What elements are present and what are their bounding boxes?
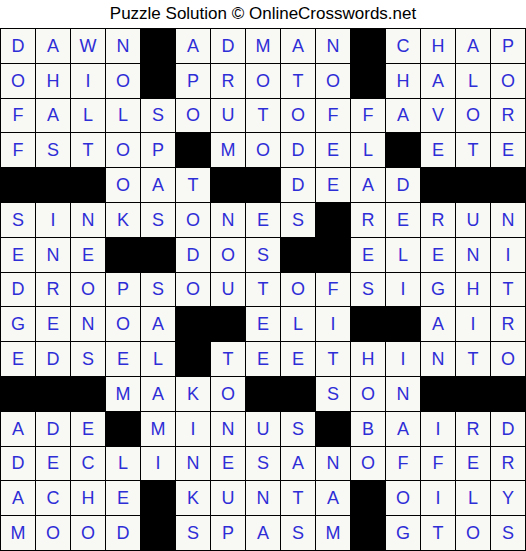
letter-cell: R: [351, 203, 385, 237]
block-cell: [456, 377, 490, 411]
letter-cell: E: [491, 133, 525, 167]
block-cell: [36, 168, 70, 202]
block-cell: [421, 377, 455, 411]
letter-cell: S: [246, 447, 280, 481]
letter-cell: S: [351, 273, 385, 307]
letter-cell: F: [351, 99, 385, 133]
block-cell: [421, 168, 455, 202]
letter-cell: E: [211, 447, 245, 481]
block-cell: [351, 29, 385, 63]
letter-cell: A: [351, 168, 385, 202]
block-cell: [141, 29, 175, 63]
letter-cell: O: [176, 273, 210, 307]
block-cell: [351, 64, 385, 98]
letter-cell: O: [351, 447, 385, 481]
letter-cell: A: [281, 447, 315, 481]
letter-cell: E: [316, 133, 350, 167]
letter-cell: O: [281, 273, 315, 307]
letter-cell: O: [456, 516, 490, 550]
letter-cell: M: [246, 29, 280, 63]
letter-cell: A: [421, 307, 455, 341]
block-cell: [141, 238, 175, 272]
block-cell: [176, 342, 210, 376]
letter-cell: N: [386, 377, 420, 411]
letter-cell: D: [1, 273, 35, 307]
page-title: Puzzle Solution © OnlineCrosswords.net: [0, 0, 526, 28]
letter-cell: T: [211, 342, 245, 376]
block-cell: [351, 307, 385, 341]
letter-cell: A: [36, 99, 70, 133]
letter-cell: U: [211, 273, 245, 307]
letter-cell: A: [176, 29, 210, 63]
block-cell: [176, 307, 210, 341]
letter-cell: O: [1, 64, 35, 98]
letter-cell: S: [1, 203, 35, 237]
letter-cell: S: [281, 203, 315, 237]
block-cell: [71, 377, 105, 411]
letter-cell: O: [211, 377, 245, 411]
letter-cell: O: [456, 99, 490, 133]
letter-cell: A: [36, 29, 70, 63]
letter-cell: E: [386, 203, 420, 237]
letter-cell: H: [456, 273, 490, 307]
letter-cell: T: [491, 273, 525, 307]
letter-cell: I: [176, 412, 210, 446]
letter-cell: L: [106, 447, 140, 481]
letter-cell: O: [246, 64, 280, 98]
letter-cell: O: [386, 481, 420, 515]
letter-cell: U: [211, 99, 245, 133]
letter-cell: S: [246, 238, 280, 272]
letter-cell: E: [246, 203, 280, 237]
letter-cell: R: [491, 307, 525, 341]
letter-cell: I: [421, 412, 455, 446]
letter-cell: R: [456, 412, 490, 446]
letter-cell: A: [1, 481, 35, 515]
letter-cell: V: [421, 99, 455, 133]
letter-cell: E: [351, 238, 385, 272]
block-cell: [176, 133, 210, 167]
letter-cell: W: [71, 29, 105, 63]
letter-cell: D: [36, 342, 70, 376]
letter-cell: E: [421, 133, 455, 167]
letter-cell: O: [36, 516, 70, 550]
letter-cell: D: [1, 29, 35, 63]
block-cell: [316, 203, 350, 237]
letter-cell: S: [141, 99, 175, 133]
block-cell: [316, 238, 350, 272]
letter-cell: A: [1, 412, 35, 446]
letter-cell: D: [1, 447, 35, 481]
block-cell: [386, 133, 420, 167]
letter-cell: A: [386, 412, 420, 446]
letter-cell: O: [176, 99, 210, 133]
letter-cell: P: [106, 273, 140, 307]
letter-cell: A: [141, 168, 175, 202]
letter-cell: I: [386, 273, 420, 307]
letter-cell: I: [141, 447, 175, 481]
letter-cell: T: [281, 64, 315, 98]
letter-cell: L: [71, 99, 105, 133]
block-cell: [211, 307, 245, 341]
letter-cell: O: [106, 168, 140, 202]
letter-cell: A: [281, 29, 315, 63]
letter-cell: E: [71, 238, 105, 272]
letter-cell: S: [281, 412, 315, 446]
block-cell: [246, 168, 280, 202]
letter-cell: U: [456, 203, 490, 237]
letter-cell: O: [491, 342, 525, 376]
letter-cell: P: [176, 64, 210, 98]
letter-cell: R: [491, 99, 525, 133]
block-cell: [1, 377, 35, 411]
letter-cell: P: [211, 516, 245, 550]
letter-cell: E: [1, 342, 35, 376]
letter-cell: I: [386, 342, 420, 376]
block-cell: [351, 481, 385, 515]
letter-cell: A: [316, 481, 350, 515]
letter-cell: L: [456, 481, 490, 515]
letter-cell: E: [1, 238, 35, 272]
letter-cell: F: [386, 447, 420, 481]
letter-cell: D: [36, 412, 70, 446]
letter-cell: D: [386, 168, 420, 202]
letter-cell: A: [141, 307, 175, 341]
letter-cell: T: [456, 133, 490, 167]
letter-cell: U: [246, 412, 280, 446]
letter-cell: S: [141, 273, 175, 307]
letter-cell: H: [36, 64, 70, 98]
letter-cell: N: [211, 412, 245, 446]
letter-cell: N: [421, 342, 455, 376]
letter-cell: B: [351, 412, 385, 446]
letter-cell: L: [106, 99, 140, 133]
block-cell: [211, 168, 245, 202]
letter-cell: M: [211, 133, 245, 167]
letter-cell: K: [176, 481, 210, 515]
letter-cell: Y: [491, 481, 525, 515]
letter-cell: R: [211, 64, 245, 98]
letter-cell: O: [351, 377, 385, 411]
letter-cell: F: [316, 99, 350, 133]
block-cell: [141, 481, 175, 515]
letter-cell: O: [106, 133, 140, 167]
letter-cell: I: [456, 307, 490, 341]
block-cell: [386, 307, 420, 341]
block-cell: [246, 377, 280, 411]
letter-cell: D: [281, 133, 315, 167]
letter-cell: A: [456, 29, 490, 63]
letter-cell: R: [491, 447, 525, 481]
letter-cell: A: [421, 64, 455, 98]
letter-cell: P: [491, 29, 525, 63]
letter-cell: D: [176, 238, 210, 272]
letter-cell: U: [211, 481, 245, 515]
letter-cell: H: [71, 481, 105, 515]
letter-cell: D: [281, 168, 315, 202]
letter-cell: P: [141, 133, 175, 167]
letter-cell: O: [246, 133, 280, 167]
letter-cell: L: [456, 64, 490, 98]
letter-cell: C: [386, 29, 420, 63]
block-cell: [281, 238, 315, 272]
letter-cell: M: [316, 516, 350, 550]
letter-cell: L: [281, 307, 315, 341]
letter-cell: E: [246, 307, 280, 341]
block-cell: [1, 168, 35, 202]
letter-cell: M: [1, 516, 35, 550]
block-cell: [141, 64, 175, 98]
letter-cell: L: [386, 238, 420, 272]
letter-cell: C: [36, 481, 70, 515]
letter-cell: E: [106, 481, 140, 515]
letter-cell: F: [1, 99, 35, 133]
letter-cell: H: [421, 29, 455, 63]
letter-cell: A: [246, 516, 280, 550]
letter-cell: F: [1, 133, 35, 167]
letter-cell: O: [176, 203, 210, 237]
letter-cell: E: [421, 238, 455, 272]
letter-cell: S: [71, 342, 105, 376]
letter-cell: A: [141, 377, 175, 411]
letter-cell: I: [36, 203, 70, 237]
letter-cell: G: [1, 307, 35, 341]
letter-cell: F: [316, 273, 350, 307]
letter-cell: A: [386, 99, 420, 133]
block-cell: [491, 377, 525, 411]
block-cell: [141, 516, 175, 550]
letter-cell: R: [421, 203, 455, 237]
letter-cell: R: [36, 273, 70, 307]
letter-cell: G: [421, 273, 455, 307]
letter-cell: E: [456, 447, 490, 481]
block-cell: [106, 238, 140, 272]
letter-cell: O: [106, 307, 140, 341]
letter-cell: S: [281, 516, 315, 550]
letter-cell: O: [71, 273, 105, 307]
letter-cell: T: [281, 481, 315, 515]
letter-cell: E: [316, 168, 350, 202]
letter-cell: S: [141, 203, 175, 237]
letter-cell: S: [316, 377, 350, 411]
letter-cell: M: [106, 377, 140, 411]
letter-cell: E: [36, 447, 70, 481]
letter-cell: T: [246, 273, 280, 307]
letter-cell: T: [71, 133, 105, 167]
letter-cell: O: [71, 516, 105, 550]
block-cell: [491, 168, 525, 202]
letter-cell: N: [71, 203, 105, 237]
letter-cell: H: [351, 342, 385, 376]
letter-cell: S: [36, 133, 70, 167]
letter-cell: O: [211, 238, 245, 272]
letter-cell: C: [71, 447, 105, 481]
block-cell: [71, 168, 105, 202]
block-cell: [36, 377, 70, 411]
letter-cell: I: [316, 307, 350, 341]
letter-cell: F: [421, 447, 455, 481]
letter-cell: N: [456, 238, 490, 272]
block-cell: [106, 412, 140, 446]
letter-cell: N: [36, 238, 70, 272]
block-cell: [281, 377, 315, 411]
letter-cell: I: [491, 238, 525, 272]
letter-cell: I: [421, 481, 455, 515]
letter-cell: S: [491, 516, 525, 550]
letter-cell: M: [141, 412, 175, 446]
letter-cell: N: [211, 203, 245, 237]
letter-cell: T: [316, 342, 350, 376]
letter-cell: L: [141, 342, 175, 376]
letter-cell: K: [176, 377, 210, 411]
block-cell: [351, 516, 385, 550]
letter-cell: N: [491, 203, 525, 237]
letter-cell: O: [106, 64, 140, 98]
letter-cell: E: [71, 412, 105, 446]
letter-cell: H: [386, 64, 420, 98]
letter-cell: E: [106, 342, 140, 376]
letter-cell: D: [211, 29, 245, 63]
letter-cell: N: [71, 307, 105, 341]
letter-cell: D: [491, 412, 525, 446]
letter-cell: O: [316, 64, 350, 98]
letter-cell: L: [351, 133, 385, 167]
letter-cell: I: [71, 64, 105, 98]
letter-cell: O: [281, 99, 315, 133]
letter-cell: K: [106, 203, 140, 237]
letter-cell: N: [316, 447, 350, 481]
letter-cell: G: [386, 516, 420, 550]
letter-cell: T: [246, 99, 280, 133]
block-cell: [456, 168, 490, 202]
letter-cell: O: [491, 64, 525, 98]
letter-cell: N: [246, 481, 280, 515]
letter-cell: N: [106, 29, 140, 63]
block-cell: [316, 412, 350, 446]
letter-cell: N: [316, 29, 350, 63]
letter-cell: T: [421, 516, 455, 550]
letter-cell: E: [281, 342, 315, 376]
letter-cell: T: [176, 168, 210, 202]
letter-cell: E: [36, 307, 70, 341]
letter-cell: N: [176, 447, 210, 481]
letter-cell: S: [176, 516, 210, 550]
letter-cell: T: [456, 342, 490, 376]
letter-cell: E: [246, 342, 280, 376]
crossword-grid: DAWNADMANCHAPOHIOPROTOHALOFALLSOUTOFFAVO…: [0, 28, 526, 551]
letter-cell: D: [106, 516, 140, 550]
